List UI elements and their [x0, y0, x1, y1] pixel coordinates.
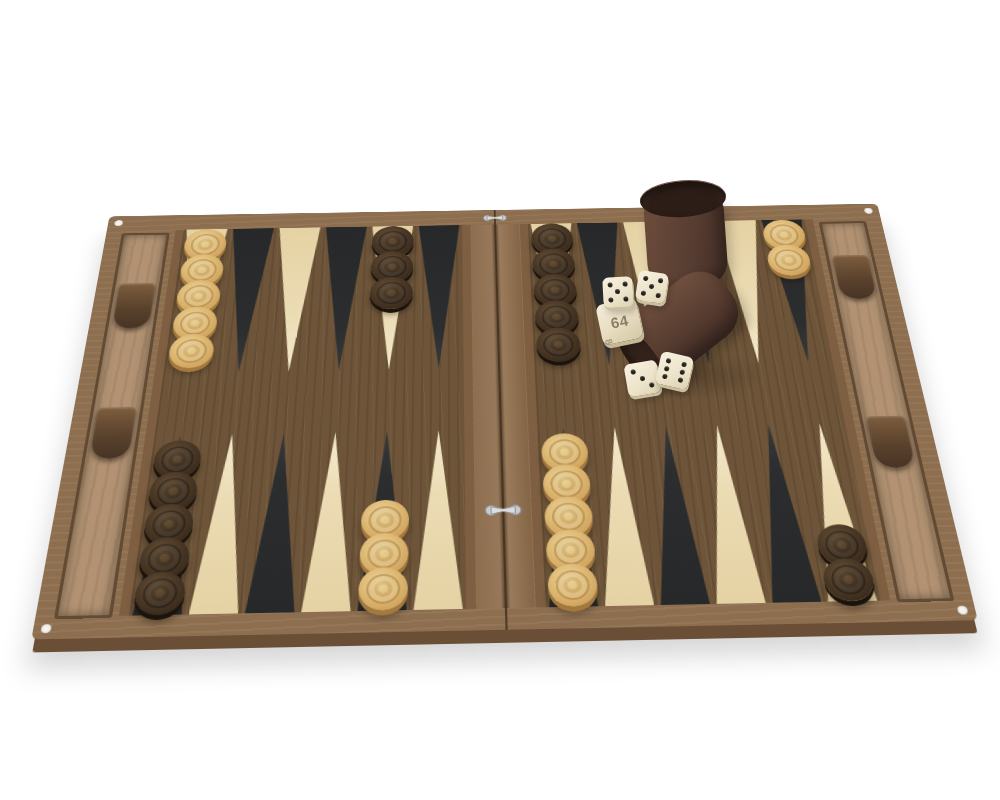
die-pip: [623, 296, 628, 301]
doubling-cube-value: 64: [609, 311, 630, 331]
tray-block: [866, 416, 916, 468]
tray-block: [90, 407, 137, 459]
point-triangle: [413, 423, 462, 610]
points-bottom-left: [129, 423, 466, 616]
die-pip: [665, 357, 671, 363]
die-pip: [608, 297, 613, 302]
scene: 64 8: [0, 0, 1000, 800]
playing-field-left: [129, 225, 466, 616]
checker-dark[interactable]: [535, 327, 581, 362]
point-16[interactable]: [313, 227, 369, 378]
checker-dark[interactable]: [369, 277, 413, 310]
board-frame: [31, 204, 977, 640]
die-pip: [641, 290, 647, 296]
die-pip: [640, 376, 646, 382]
tray-block: [112, 283, 155, 329]
die-pip: [663, 366, 669, 372]
dice-cup-opening: [639, 178, 727, 220]
point-triangle: [266, 227, 320, 378]
hinge-clasp-icon[interactable]: [483, 213, 508, 223]
point-9[interactable]: [298, 425, 362, 612]
die-pip: [655, 293, 661, 299]
die-pip: [643, 276, 649, 282]
point-17[interactable]: [364, 226, 416, 377]
tray-block: [832, 255, 877, 299]
corner-magnet-dot: [40, 624, 52, 633]
point-triangle: [301, 425, 358, 612]
die-pip: [678, 377, 684, 383]
points-bottom-right: [537, 416, 880, 607]
corner-magnet-dot: [864, 208, 874, 214]
checker-light[interactable]: [167, 334, 215, 369]
die-pip: [649, 284, 655, 290]
corner-magnet-dot: [114, 220, 123, 226]
die-pip: [662, 374, 668, 380]
point-7[interactable]: [410, 423, 466, 610]
hinge-clasp-icon[interactable]: [484, 502, 522, 519]
point-18[interactable]: [414, 225, 464, 376]
die-pip: [622, 282, 627, 287]
die-pip: [658, 278, 664, 284]
points-top-left: [162, 225, 463, 380]
point-triangle: [417, 225, 461, 376]
die-1[interactable]: [602, 276, 634, 308]
die-pip: [608, 282, 613, 287]
backgammon-board: [31, 204, 977, 640]
die-2[interactable]: [635, 270, 669, 304]
die-pip: [681, 361, 687, 367]
corner-magnet-dot: [957, 606, 969, 615]
checker-light[interactable]: [765, 244, 813, 276]
die-pip: [649, 382, 655, 388]
die-pip: [680, 369, 686, 375]
board-half-left: [119, 225, 476, 616]
die-pip: [615, 289, 620, 294]
point-8[interactable]: [354, 424, 413, 611]
point-triangle: [316, 227, 366, 378]
die-pip: [630, 369, 636, 375]
